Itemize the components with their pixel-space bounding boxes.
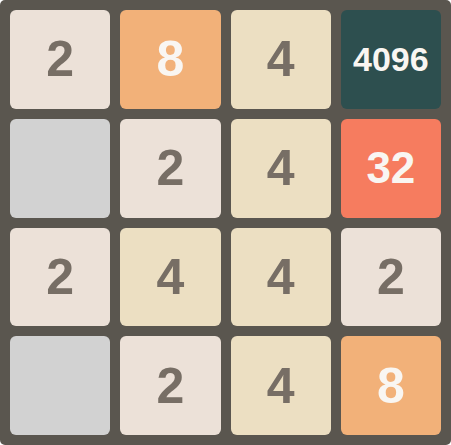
tile-4096-r1c4: 4096 [341, 10, 441, 109]
tile-2-r2c2: 2 [120, 119, 220, 218]
tile-8-r4c4: 8 [341, 336, 441, 435]
empty-cell-r4c1 [10, 336, 110, 435]
tile-4-r3c2: 4 [120, 228, 220, 327]
tile-2-r3c1: 2 [10, 228, 110, 327]
tile-2-r3c4: 2 [341, 228, 441, 327]
tile-4-r1c3: 4 [231, 10, 331, 109]
tile-2-r1c1: 2 [10, 10, 110, 109]
empty-cell-r2c1 [10, 119, 110, 218]
board-grid[interactable]: 284409624322442248 [0, 0, 451, 445]
tile-4-r3c3: 4 [231, 228, 331, 327]
tile-2-r4c2: 2 [120, 336, 220, 435]
tile-4-r4c3: 4 [231, 336, 331, 435]
tile-32-r2c4: 32 [341, 119, 441, 218]
tile-8-r1c2: 8 [120, 10, 220, 109]
tile-4-r2c3: 4 [231, 119, 331, 218]
